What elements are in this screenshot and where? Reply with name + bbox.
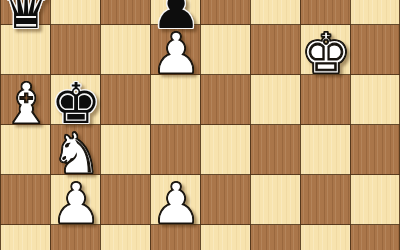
piece-white-bishop-a5[interactable]: ♝ bbox=[1, 79, 51, 129]
chess-board: ♛♟♟♚♝♚♞♟♟ bbox=[0, 0, 400, 250]
piece-black-queen-a7[interactable]: ♛ bbox=[1, 0, 51, 34]
pieces-layer: ♛♟♟♚♝♚♞♟♟ bbox=[0, 0, 400, 250]
piece-white-king-g6[interactable]: ♚ bbox=[301, 29, 351, 79]
piece-white-pawn-d3[interactable]: ♟ bbox=[151, 179, 201, 229]
piece-white-pawn-b3[interactable]: ♟ bbox=[51, 179, 101, 229]
piece-white-pawn-d6[interactable]: ♟ bbox=[151, 29, 201, 79]
